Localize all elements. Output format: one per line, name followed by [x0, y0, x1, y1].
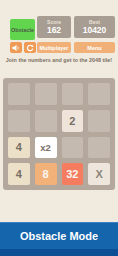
bottom-strip	[0, 249, 118, 256]
tile-2: 2	[62, 110, 84, 132]
empty-cell	[8, 83, 30, 105]
tile-8: 8	[35, 163, 57, 185]
multiplayer-button[interactable]: Multiplayer	[37, 42, 71, 53]
empty-cell	[88, 110, 110, 132]
instruction-text: Join the numbers and get to the 2048 til…	[0, 57, 118, 63]
speaker-icon	[12, 44, 20, 52]
empty-cell	[8, 110, 30, 132]
sound-button[interactable]	[10, 42, 22, 53]
score-box: Score 162	[37, 16, 71, 38]
empty-cell	[62, 137, 84, 159]
empty-cell	[88, 137, 110, 159]
tile-obstacle-x: X	[88, 163, 110, 185]
board[interactable]: 24x24832X	[3, 78, 115, 190]
tile-4: 4	[8, 137, 30, 159]
mode-banner[interactable]: Obstacle Mode	[0, 222, 118, 249]
restart-icon	[26, 44, 34, 52]
mode-button[interactable]: Obstacle	[10, 19, 35, 40]
best-box: Best 10420	[74, 16, 115, 38]
menu-button[interactable]: Menu	[74, 42, 115, 53]
restart-button[interactable]	[24, 42, 36, 53]
app-screen: Obstacle Score 162 Best 10420 Multiplaye…	[0, 0, 118, 256]
score-value: 162	[47, 26, 61, 35]
tile-32: 32	[62, 163, 84, 185]
empty-cell	[35, 110, 57, 132]
tile-4: 4	[8, 163, 30, 185]
empty-cell	[35, 83, 57, 105]
empty-cell	[62, 83, 84, 105]
empty-cell	[88, 83, 110, 105]
tile-x2: x2	[35, 137, 57, 159]
best-value: 10420	[83, 26, 107, 35]
